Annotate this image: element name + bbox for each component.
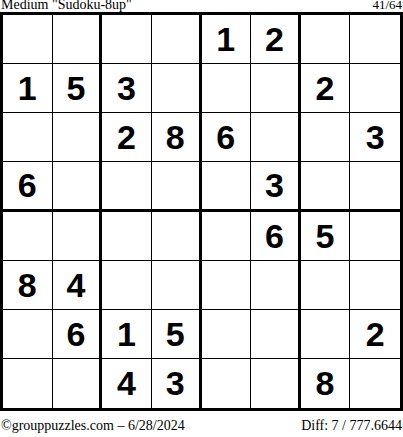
cell-r8c2[interactable]: [53, 359, 103, 408]
cell-r7c8[interactable]: 2: [350, 310, 400, 359]
cell-r2c3[interactable]: 3: [102, 64, 152, 113]
cell-r8c6[interactable]: [251, 359, 301, 408]
cell-r1c8[interactable]: [350, 15, 400, 64]
copyright-credit: ©grouppuzzles.com – 6/28/2024: [1, 418, 185, 434]
puzzle-counter: 41/64: [372, 0, 402, 12]
cell-r8c5[interactable]: [202, 359, 252, 408]
cell-r8c8[interactable]: [350, 359, 400, 408]
cell-r6c5[interactable]: [202, 261, 252, 310]
cell-r6c1[interactable]: 8: [3, 261, 53, 310]
page-title: Medium "Sudoku-8up": [1, 0, 132, 12]
cell-r6c2[interactable]: 4: [53, 261, 103, 310]
cell-r1c6[interactable]: 2: [251, 15, 301, 64]
cell-r4c7[interactable]: [301, 162, 351, 211]
cell-r5c5[interactable]: [202, 212, 252, 261]
cell-r1c1[interactable]: [3, 15, 53, 64]
cell-r5c4[interactable]: [152, 212, 202, 261]
cell-r4c5[interactable]: [202, 162, 252, 211]
cell-r8c4[interactable]: 3: [152, 359, 202, 408]
cell-r3c4[interactable]: 8: [152, 113, 202, 162]
cell-r4c8[interactable]: [350, 162, 400, 211]
sudoku-grid: 12153228636365846152438: [0, 12, 403, 411]
cell-r3c3[interactable]: 2: [102, 113, 152, 162]
cell-r2c1[interactable]: 1: [3, 64, 53, 113]
cell-r7c6[interactable]: [251, 310, 301, 359]
cell-r1c7[interactable]: [301, 15, 351, 64]
cell-r7c2[interactable]: 6: [53, 310, 103, 359]
cell-r3c7[interactable]: [301, 113, 351, 162]
cell-r3c2[interactable]: [53, 113, 103, 162]
cell-r7c5[interactable]: [202, 310, 252, 359]
cell-r8c7[interactable]: 8: [301, 359, 351, 408]
cell-r6c6[interactable]: [251, 261, 301, 310]
cell-r2c2[interactable]: 5: [53, 64, 103, 113]
cell-r6c4[interactable]: [152, 261, 202, 310]
cell-r1c3[interactable]: [102, 15, 152, 64]
cell-r3c1[interactable]: [3, 113, 53, 162]
cell-r1c5[interactable]: 1: [202, 15, 252, 64]
cell-r2c4[interactable]: [152, 64, 202, 113]
difficulty-label: Diff: 7 / 777.6644: [301, 418, 402, 434]
cell-r2c7[interactable]: 2: [301, 64, 351, 113]
cell-r6c8[interactable]: [350, 261, 400, 310]
cell-r1c2[interactable]: [53, 15, 103, 64]
cell-r5c8[interactable]: [350, 212, 400, 261]
cell-r5c6[interactable]: 6: [251, 212, 301, 261]
cell-r3c6[interactable]: [251, 113, 301, 162]
cell-r4c2[interactable]: [53, 162, 103, 211]
cell-r6c3[interactable]: [102, 261, 152, 310]
cell-r1c4[interactable]: [152, 15, 202, 64]
cell-r4c3[interactable]: [102, 162, 152, 211]
cell-r3c8[interactable]: 3: [350, 113, 400, 162]
cell-r2c6[interactable]: [251, 64, 301, 113]
cell-r8c3[interactable]: 4: [102, 359, 152, 408]
cell-r6c7[interactable]: [301, 261, 351, 310]
cell-r8c1[interactable]: [3, 359, 53, 408]
cell-r5c3[interactable]: [102, 212, 152, 261]
cell-r5c2[interactable]: [53, 212, 103, 261]
cell-r7c7[interactable]: [301, 310, 351, 359]
cell-r5c7[interactable]: 5: [301, 212, 351, 261]
cell-r7c1[interactable]: [3, 310, 53, 359]
cell-r5c1[interactable]: [3, 212, 53, 261]
cell-r4c1[interactable]: 6: [3, 162, 53, 211]
cell-r2c5[interactable]: [202, 64, 252, 113]
cell-r7c4[interactable]: 5: [152, 310, 202, 359]
cell-r4c6[interactable]: 3: [251, 162, 301, 211]
cell-r3c5[interactable]: 6: [202, 113, 252, 162]
cell-r7c3[interactable]: 1: [102, 310, 152, 359]
cell-r4c4[interactable]: [152, 162, 202, 211]
cell-r2c8[interactable]: [350, 64, 400, 113]
